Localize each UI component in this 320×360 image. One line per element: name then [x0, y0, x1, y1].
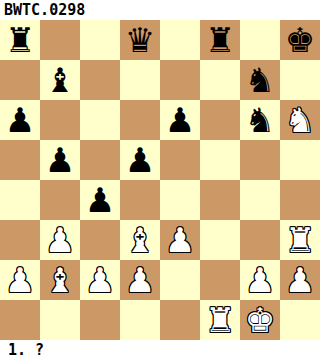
white-bishop: ♝ [45, 263, 75, 297]
square-b3[interactable]: ♟ [40, 220, 80, 260]
square-g5[interactable] [240, 140, 280, 180]
white-bishop: ♝ [125, 223, 155, 257]
square-f2[interactable] [200, 260, 240, 300]
square-d2[interactable]: ♟ [120, 260, 160, 300]
square-f4[interactable] [200, 180, 240, 220]
square-g7[interactable]: ♞ [240, 60, 280, 100]
black-pawn: ♟ [45, 143, 75, 177]
square-b2[interactable]: ♝ [40, 260, 80, 300]
black-pawn: ♟ [165, 103, 195, 137]
square-a7[interactable] [0, 60, 40, 100]
square-c7[interactable] [80, 60, 120, 100]
square-b6[interactable] [40, 100, 80, 140]
square-a5[interactable] [0, 140, 40, 180]
white-rook: ♜ [285, 223, 315, 257]
square-h7[interactable] [280, 60, 320, 100]
black-knight: ♞ [245, 103, 275, 137]
black-pawn: ♟ [85, 183, 115, 217]
square-a1[interactable] [0, 300, 40, 340]
white-pawn: ♟ [125, 263, 155, 297]
square-d6[interactable] [120, 100, 160, 140]
square-d4[interactable] [120, 180, 160, 220]
square-f1[interactable]: ♜ [200, 300, 240, 340]
black-bishop: ♝ [45, 63, 75, 97]
square-e6[interactable]: ♟ [160, 100, 200, 140]
square-d1[interactable] [120, 300, 160, 340]
square-e4[interactable] [160, 180, 200, 220]
square-a4[interactable] [0, 180, 40, 220]
white-pawn: ♟ [165, 223, 195, 257]
square-d7[interactable] [120, 60, 160, 100]
square-f6[interactable] [200, 100, 240, 140]
square-b1[interactable] [40, 300, 80, 340]
square-a3[interactable] [0, 220, 40, 260]
square-c3[interactable] [80, 220, 120, 260]
square-e3[interactable]: ♟ [160, 220, 200, 260]
square-c2[interactable]: ♟ [80, 260, 120, 300]
square-g6[interactable]: ♞ [240, 100, 280, 140]
black-pawn: ♟ [5, 103, 35, 137]
white-knight: ♞ [285, 103, 315, 137]
square-f3[interactable] [200, 220, 240, 260]
square-e8[interactable] [160, 20, 200, 60]
square-b7[interactable]: ♝ [40, 60, 80, 100]
square-b8[interactable] [40, 20, 80, 60]
square-d3[interactable]: ♝ [120, 220, 160, 260]
square-c8[interactable] [80, 20, 120, 60]
white-pawn: ♟ [45, 223, 75, 257]
square-e5[interactable] [160, 140, 200, 180]
white-pawn: ♟ [5, 263, 35, 297]
white-pawn: ♟ [85, 263, 115, 297]
square-e7[interactable] [160, 60, 200, 100]
square-g1[interactable]: ♚ [240, 300, 280, 340]
square-e2[interactable] [160, 260, 200, 300]
square-b5[interactable]: ♟ [40, 140, 80, 180]
square-h2[interactable]: ♟ [280, 260, 320, 300]
black-queen: ♛ [125, 23, 155, 57]
black-rook: ♜ [5, 23, 35, 57]
white-king: ♚ [245, 303, 275, 337]
square-h4[interactable] [280, 180, 320, 220]
square-a2[interactable]: ♟ [0, 260, 40, 300]
square-h1[interactable] [280, 300, 320, 340]
black-king: ♚ [285, 23, 315, 57]
square-h3[interactable]: ♜ [280, 220, 320, 260]
black-rook: ♜ [205, 23, 235, 57]
square-c6[interactable] [80, 100, 120, 140]
black-knight: ♞ [245, 63, 275, 97]
white-pawn: ♟ [285, 263, 315, 297]
square-h6[interactable]: ♞ [280, 100, 320, 140]
square-d8[interactable]: ♛ [120, 20, 160, 60]
square-h5[interactable] [280, 140, 320, 180]
square-h8[interactable]: ♚ [280, 20, 320, 60]
white-rook: ♜ [205, 303, 235, 337]
window-title: BWTC.0298 [0, 0, 320, 20]
move-prompt: 1. ? [0, 340, 320, 360]
square-a6[interactable]: ♟ [0, 100, 40, 140]
square-g3[interactable] [240, 220, 280, 260]
square-g4[interactable] [240, 180, 280, 220]
white-pawn: ♟ [245, 263, 275, 297]
square-b4[interactable] [40, 180, 80, 220]
square-f7[interactable] [200, 60, 240, 100]
square-c1[interactable] [80, 300, 120, 340]
square-g8[interactable] [240, 20, 280, 60]
square-d5[interactable]: ♟ [120, 140, 160, 180]
square-e1[interactable] [160, 300, 200, 340]
chess-board: ♜♛♜♚♝♞♟♟♞♞♟♟♟♟♝♟♜♟♝♟♟♟♟♜♚ [0, 20, 320, 340]
square-f5[interactable] [200, 140, 240, 180]
square-a8[interactable]: ♜ [0, 20, 40, 60]
black-pawn: ♟ [125, 143, 155, 177]
square-f8[interactable]: ♜ [200, 20, 240, 60]
chess-app-window: BWTC.0298 ♜♛♜♚♝♞♟♟♞♞♟♟♟♟♝♟♜♟♝♟♟♟♟♜♚ 1. ? [0, 0, 320, 360]
square-c5[interactable] [80, 140, 120, 180]
square-c4[interactable]: ♟ [80, 180, 120, 220]
square-g2[interactable]: ♟ [240, 260, 280, 300]
